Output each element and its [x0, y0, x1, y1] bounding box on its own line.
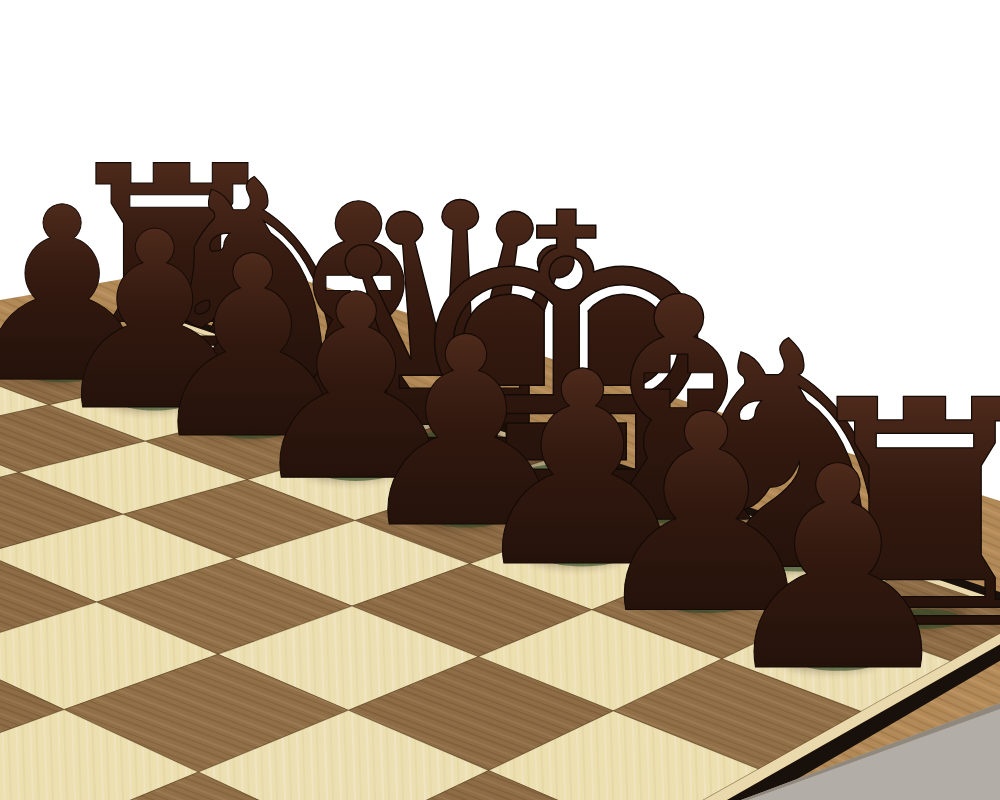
piece-h7-pawn: ♟	[712, 407, 963, 733]
chessboard-scene: ♜♟♞♟♝♟♛♟♚♝♟♟♞♟♜♟	[0, 0, 1000, 800]
chess-set-photo: ♜♟♞♟♝♟♛♟♚♝♟♟♞♟♜♟	[0, 0, 1000, 800]
